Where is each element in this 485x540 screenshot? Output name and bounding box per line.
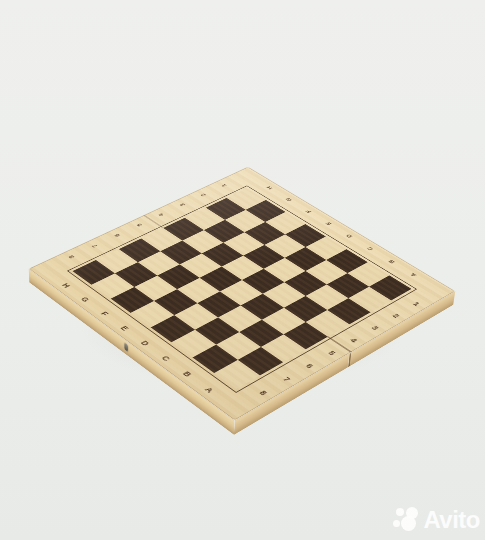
file-label-far-c: C [366,246,375,251]
square-b3 [306,284,349,310]
file-label-near-e: E [119,325,130,332]
square-a5 [284,322,328,349]
square-c8 [171,330,216,358]
rank-label-far-8: 8 [68,254,76,259]
fold-seam-left-border [143,215,164,228]
rank-label-far-7: 7 [91,244,99,248]
product-photo-canvas: HHGGFFEEDDCCBBAA1122334455667788 Avito [0,0,485,540]
square-b6 [239,320,283,347]
rank-label-near-6: 6 [304,363,315,370]
square-a7 [238,347,283,375]
file-label-far-d: D [345,233,354,238]
file-label-far-f: F [305,209,313,213]
rank-label-far-1: 1 [220,183,228,187]
avito-bubble-large [401,516,416,531]
rank-label-near-3: 3 [370,325,380,331]
avito-bubble-small [396,508,404,516]
rank-label-near-5: 5 [327,350,337,356]
file-label-near-f: F [99,311,110,317]
fold-seam-notch [348,353,351,367]
square-c7 [195,317,239,344]
file-label-far-a: A [409,272,418,277]
fold-seam-right-border [327,336,352,352]
square-b8 [193,345,238,373]
square-d6 [197,291,240,317]
square-b7 [216,332,261,360]
rank-label-far-5: 5 [136,223,144,227]
file-label-near-a: A [203,386,215,394]
rank-label-near-8: 8 [258,389,269,396]
square-e8 [131,301,175,327]
latch-pin [124,342,127,351]
rank-label-near-1: 1 [411,301,421,307]
square-b4 [284,296,327,322]
square-e7 [154,289,197,315]
square-e6 [177,278,220,303]
square-c5 [241,294,284,320]
rank-label-far-6: 6 [114,233,122,237]
square-d7 [174,303,218,330]
rank-label-far-4: 4 [158,213,166,217]
square-d8 [151,315,195,342]
avito-watermark: Avito [393,507,480,532]
square-d5 [220,280,263,305]
square-c6 [218,305,262,332]
file-label-near-g: G [79,296,91,303]
square-b5 [262,308,306,335]
file-label-far-h: H [265,185,273,189]
file-label-near-h: H [60,282,71,288]
square-a6 [261,334,306,362]
file-label-near-c: C [160,355,172,362]
rank-label-far-3: 3 [179,203,187,207]
file-label-far-e: E [325,221,333,226]
avito-logo-icon [393,507,420,532]
square-a2 [348,287,391,313]
avito-wordmark: Avito [423,508,480,532]
square-a3 [327,298,370,324]
square-c4 [263,282,306,307]
rank-label-near-7: 7 [281,376,292,383]
rank-label-far-2: 2 [200,193,208,197]
rank-label-near-4: 4 [349,337,359,343]
square-a4 [306,310,350,337]
square-f7 [134,276,177,301]
file-label-near-d: D [139,340,151,347]
square-g8 [91,273,134,298]
square-f8 [111,287,154,313]
file-label-far-g: G [285,197,294,202]
avito-bubble-tiny [393,520,400,527]
rank-label-near-2: 2 [391,313,401,319]
file-label-far-b: B [387,259,396,264]
file-label-near-b: B [181,370,193,377]
square-a8 [214,360,260,389]
